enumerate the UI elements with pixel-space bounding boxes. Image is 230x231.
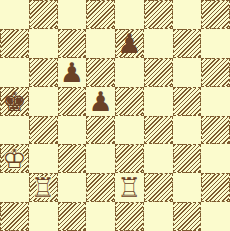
square-h5[interactable] — [201, 87, 230, 116]
square-b2[interactable]: ♜♖ — [29, 173, 58, 202]
square-h2[interactable] — [201, 173, 230, 202]
square-a4[interactable] — [0, 116, 29, 145]
square-a2[interactable] — [0, 173, 29, 202]
square-e8[interactable] — [115, 0, 144, 29]
black-pawn-glyph: ♟ — [89, 88, 113, 115]
square-d4[interactable] — [86, 116, 115, 145]
square-f8[interactable] — [144, 0, 173, 29]
square-d3[interactable] — [86, 144, 115, 173]
square-b5[interactable] — [29, 87, 58, 116]
square-h3[interactable] — [201, 144, 230, 173]
square-e7[interactable]: ♟ — [115, 29, 144, 58]
piece-black-pawn[interactable]: ♟ — [58, 58, 87, 87]
square-b8[interactable] — [29, 0, 58, 29]
square-g6[interactable] — [173, 58, 202, 87]
square-e3[interactable] — [115, 144, 144, 173]
square-g4[interactable] — [173, 116, 202, 145]
square-e5[interactable] — [115, 87, 144, 116]
square-a3[interactable]: ♚♔ — [0, 144, 29, 173]
square-b3[interactable] — [29, 144, 58, 173]
square-g2[interactable] — [173, 173, 202, 202]
square-c5[interactable] — [58, 87, 87, 116]
square-c4[interactable] — [58, 116, 87, 145]
square-d1[interactable] — [86, 202, 115, 231]
square-g3[interactable] — [173, 144, 202, 173]
square-b1[interactable] — [29, 202, 58, 231]
square-d8[interactable] — [86, 0, 115, 29]
black-king-glyph: ♚ — [2, 88, 26, 115]
square-f5[interactable] — [144, 87, 173, 116]
piece-black-pawn[interactable]: ♟ — [86, 87, 115, 116]
piece-white-rook[interactable]: ♜♖ — [30, 174, 57, 201]
square-c6[interactable]: ♟ — [58, 58, 87, 87]
square-d2[interactable] — [86, 173, 115, 202]
square-b6[interactable] — [29, 58, 58, 87]
square-h6[interactable] — [201, 58, 230, 87]
square-f6[interactable] — [144, 58, 173, 87]
square-h7[interactable] — [201, 29, 230, 58]
square-h1[interactable] — [201, 202, 230, 231]
square-f3[interactable] — [144, 144, 173, 173]
square-a7[interactable] — [0, 29, 29, 58]
square-c7[interactable] — [58, 29, 87, 58]
square-g1[interactable] — [173, 202, 202, 231]
square-b4[interactable] — [29, 116, 58, 145]
white-king-glyph: ♔ — [2, 145, 26, 172]
square-e4[interactable] — [115, 116, 144, 145]
square-a1[interactable] — [0, 202, 29, 231]
piece-white-king[interactable]: ♚♔ — [1, 145, 28, 172]
piece-white-rook[interactable]: ♜♖ — [115, 173, 144, 202]
square-g5[interactable] — [173, 87, 202, 116]
square-d6[interactable] — [86, 58, 115, 87]
square-c3[interactable] — [58, 144, 87, 173]
square-h8[interactable] — [201, 0, 230, 29]
square-e2[interactable]: ♜♖ — [115, 173, 144, 202]
square-d5[interactable]: ♟ — [86, 87, 115, 116]
square-h4[interactable] — [201, 116, 230, 145]
square-f1[interactable] — [144, 202, 173, 231]
square-a8[interactable] — [0, 0, 29, 29]
square-c2[interactable] — [58, 173, 87, 202]
piece-black-king[interactable]: ♚ — [1, 88, 28, 115]
square-d7[interactable] — [86, 29, 115, 58]
square-b7[interactable] — [29, 29, 58, 58]
black-pawn-glyph: ♟ — [60, 59, 84, 86]
white-rook-glyph: ♖ — [117, 174, 141, 201]
piece-black-pawn[interactable]: ♟ — [116, 30, 143, 57]
square-e6[interactable] — [115, 58, 144, 87]
square-c1[interactable] — [58, 202, 87, 231]
square-a5[interactable]: ♚ — [0, 87, 29, 116]
square-f2[interactable] — [144, 173, 173, 202]
white-rook-glyph: ♖ — [31, 174, 55, 201]
black-pawn-glyph: ♟ — [117, 30, 141, 57]
square-f4[interactable] — [144, 116, 173, 145]
square-a6[interactable] — [0, 58, 29, 87]
square-g7[interactable] — [173, 29, 202, 58]
square-f7[interactable] — [144, 29, 173, 58]
chess-board: ♟♟♚♟♚♔♜♖♜♖ — [0, 0, 230, 231]
square-c8[interactable] — [58, 0, 87, 29]
square-e1[interactable] — [115, 202, 144, 231]
square-g8[interactable] — [173, 0, 202, 29]
